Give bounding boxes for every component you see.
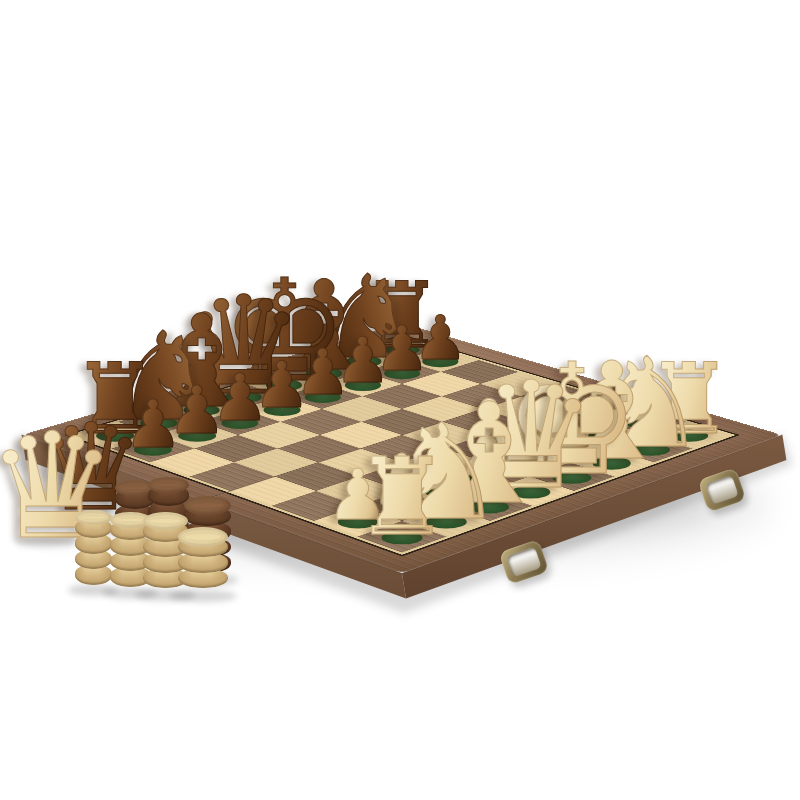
felt-ring-c2 bbox=[425, 486, 465, 499]
checker-top-face bbox=[184, 496, 231, 515]
felt-ring-d7 bbox=[263, 404, 300, 416]
checker-stack-light-7 bbox=[178, 527, 228, 594]
checker-stack-light-4 bbox=[75, 510, 112, 587]
felt-ring-g8 bbox=[346, 355, 381, 367]
spare-queen-shadow bbox=[15, 537, 76, 547]
felt-ring-d8 bbox=[225, 391, 261, 403]
felt-ring-e8 bbox=[266, 379, 302, 391]
felt-ring-b1 bbox=[426, 516, 467, 529]
felt-ring-c1 bbox=[469, 500, 509, 513]
checker-top-face bbox=[75, 510, 112, 525]
felt-ring-b2 bbox=[382, 500, 422, 513]
chess-set-product-photo: ♜♞♝♛♚♝♞♜♟♟♟♟♟♟♟♟♟♟♟♟♟♟♟♟♜♞♝♛♚♝♞♜♛♛ bbox=[0, 0, 800, 800]
felt-ring-c8 bbox=[183, 404, 220, 416]
felt-ring-a2 bbox=[338, 516, 379, 529]
felt-ring-d1 bbox=[511, 486, 551, 499]
felt-ring-e2 bbox=[509, 457, 548, 470]
felt-ring-h7 bbox=[423, 355, 458, 367]
felt-ring-f1 bbox=[593, 457, 632, 470]
felt-ring-d2 bbox=[467, 471, 506, 484]
clasp-hole bbox=[506, 546, 542, 577]
felt-ring-e7 bbox=[304, 391, 340, 403]
felt-ring-f8 bbox=[307, 367, 343, 379]
checker-top-face bbox=[178, 527, 228, 547]
clasp-hole bbox=[705, 475, 739, 505]
felt-ring-f7 bbox=[345, 379, 381, 391]
felt-ring-g7 bbox=[384, 367, 420, 379]
felt-ring-e1 bbox=[552, 471, 591, 484]
